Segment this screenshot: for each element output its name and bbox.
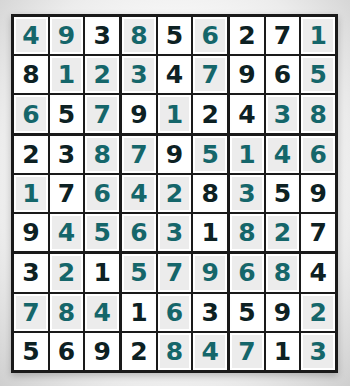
cell-r8c3: 4 [85,294,119,331]
cell-r7c9[interactable]: 4 [301,254,335,291]
cell-r7c1[interactable]: 3 [14,254,48,291]
box-8: 579163284 [122,254,227,370]
cell-r1c2: 9 [50,17,84,54]
cell-r2c4: 3 [122,56,156,93]
cell-r3c3: 7 [85,95,119,132]
box-7: 321784569 [14,254,119,370]
cell-r3c7[interactable]: 4 [230,95,264,132]
cell-r5c1: 1 [14,175,48,212]
cell-r6c1[interactable]: 9 [14,214,48,251]
cell-r2c8[interactable]: 6 [266,56,300,93]
cell-r3c4[interactable]: 9 [122,95,156,132]
cell-r6c8: 2 [266,214,300,251]
cell-r3c2[interactable]: 5 [50,95,84,132]
cell-r6c7: 8 [230,214,264,251]
cell-r4c2[interactable]: 3 [50,136,84,173]
cell-r8c9: 2 [301,294,335,331]
box-2: 856347912 [122,17,227,133]
cell-r8c1: 7 [14,294,48,331]
cell-r7c6: 9 [193,254,227,291]
cell-r9c7: 7 [230,333,264,370]
cell-r4c9: 6 [301,136,335,173]
cell-r3c1: 6 [14,95,48,132]
cell-r9c1[interactable]: 5 [14,333,48,370]
cell-r2c7[interactable]: 9 [230,56,264,93]
cell-r3c5: 1 [158,95,192,132]
box-3: 271965438 [230,17,335,133]
cell-r2c6: 7 [193,56,227,93]
cell-r9c6: 4 [193,333,227,370]
cell-r7c4: 5 [122,254,156,291]
cell-r6c9[interactable]: 7 [301,214,335,251]
cell-r5c2[interactable]: 7 [50,175,84,212]
cell-r5c5: 2 [158,175,192,212]
cell-r7c2: 2 [50,254,84,291]
cell-r2c2: 1 [50,56,84,93]
cell-r5c4: 4 [122,175,156,212]
cell-r8c2: 8 [50,294,84,331]
cell-r1c5[interactable]: 5 [158,17,192,54]
cell-r3c6[interactable]: 2 [193,95,227,132]
box-5: 795428631 [122,136,227,252]
cell-r1c7[interactable]: 2 [230,17,264,54]
cell-r8c7[interactable]: 5 [230,294,264,331]
cell-r3c8: 3 [266,95,300,132]
sudoku-widget: 4938126578563479122719654382381769457954… [0,0,350,386]
cell-r8c5: 6 [158,294,192,331]
cell-r4c1[interactable]: 2 [14,136,48,173]
cell-r8c6[interactable]: 3 [193,294,227,331]
box-9: 684592713 [230,254,335,370]
cell-r4c6: 5 [193,136,227,173]
cell-r5c9[interactable]: 9 [301,175,335,212]
cell-r6c5: 3 [158,214,192,251]
cell-r6c4: 6 [122,214,156,251]
cell-r1c1: 4 [14,17,48,54]
cell-r2c5[interactable]: 4 [158,56,192,93]
cell-r4c8: 4 [266,136,300,173]
cell-r9c5: 8 [158,333,192,370]
cell-r9c4[interactable]: 2 [122,333,156,370]
cell-r5c7: 3 [230,175,264,212]
cell-r1c8[interactable]: 7 [266,17,300,54]
cell-r6c3: 5 [85,214,119,251]
sudoku-board: 4938126578563479122719654382381769457954… [11,14,338,373]
cell-r4c5[interactable]: 9 [158,136,192,173]
cell-r7c8: 8 [266,254,300,291]
cell-r3c9: 8 [301,95,335,132]
cell-r9c9: 3 [301,333,335,370]
cell-r9c2[interactable]: 6 [50,333,84,370]
cell-r1c9: 1 [301,17,335,54]
cell-r7c3[interactable]: 1 [85,254,119,291]
cell-r4c7: 1 [230,136,264,173]
cell-r2c1[interactable]: 8 [14,56,48,93]
cell-r2c9: 5 [301,56,335,93]
box-1: 493812657 [14,17,119,133]
cell-r2c3: 2 [85,56,119,93]
cell-r6c2: 4 [50,214,84,251]
cell-r4c3: 8 [85,136,119,173]
cell-r9c3[interactable]: 9 [85,333,119,370]
cell-r1c3[interactable]: 3 [85,17,119,54]
cell-r4c4: 7 [122,136,156,173]
cell-r7c5: 7 [158,254,192,291]
cell-r6c6[interactable]: 1 [193,214,227,251]
cell-r1c6: 6 [193,17,227,54]
box-6: 146359827 [230,136,335,252]
cell-r8c8[interactable]: 9 [266,294,300,331]
cell-r8c4[interactable]: 1 [122,294,156,331]
cell-r1c4: 8 [122,17,156,54]
box-4: 238176945 [14,136,119,252]
cell-r5c6[interactable]: 8 [193,175,227,212]
cell-r7c7: 6 [230,254,264,291]
cell-r9c8[interactable]: 1 [266,333,300,370]
cell-r5c3: 6 [85,175,119,212]
cell-r5c8[interactable]: 5 [266,175,300,212]
